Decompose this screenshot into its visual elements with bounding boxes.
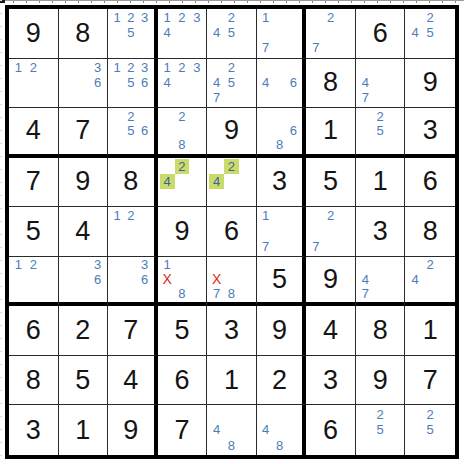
cell-r8c6[interactable]: 2 [257,356,307,406]
solved-digit: 6 [158,356,207,405]
empty-candidate-slot [75,286,90,300]
empty-candidate-slot [41,60,56,75]
cell-r1c9[interactable]: 245 [405,9,455,59]
pencil-marks: 28 [160,109,205,152]
cell-r7c9[interactable]: 1 [405,306,455,356]
cell-r9c2[interactable]: 1 [59,405,109,455]
empty-candidate-slot [407,258,422,272]
pencil-marks: 24 [160,159,205,205]
candidate-3: 3 [90,258,105,272]
solved-digit: 8 [356,306,405,355]
cell-r9c7[interactable]: 6 [306,405,356,455]
empty-candidate-slot [209,258,224,272]
cell-r5c7[interactable]: 27 [306,207,356,257]
empty-candidate-slot [308,10,323,25]
empty-candidate-slot [358,123,373,137]
candidate-2: 2 [175,109,190,123]
solved-digit: 8 [59,9,108,58]
empty-candidate-slot [438,437,453,453]
cell-r1c5[interactable]: 245 [207,9,257,59]
cell-r2c4[interactable]: 1234 [158,59,208,109]
pencil-marks: 47 [358,60,403,106]
empty-candidate-slot [189,90,204,105]
candidate-2: 2 [26,60,41,75]
candidate-4: 4 [407,272,422,286]
empty-candidate-slot [323,25,338,40]
empty-candidate-slot [239,286,254,300]
candidate-6: 6 [286,123,300,137]
cell-r8c9[interactable]: 7 [405,356,455,406]
empty-candidate-slot [124,239,138,254]
empty-candidate-slot [175,123,190,137]
cell-r2c1[interactable]: 12 [9,59,59,109]
cell-r5c2[interactable]: 4 [59,207,109,257]
cell-r3c4[interactable]: 28 [158,108,208,158]
solved-digit: 8 [405,207,455,256]
cell-r6c1[interactable]: 12 [9,257,59,307]
empty-candidate-slot [373,137,388,151]
empty-candidate-slot [286,422,300,438]
highlighted-candidate-4: 4 [209,174,224,189]
cell-r1c7[interactable]: 27 [306,9,356,59]
pencil-marks: 17 [259,10,301,56]
cell-r8c3[interactable]: 4 [108,356,158,406]
empty-candidate-slot [286,90,300,105]
empty-candidate-slot [75,272,90,286]
empty-candidate-slot [124,223,138,238]
empty-candidate-slot [259,109,273,123]
empty-candidate-slot [138,208,152,223]
empty-candidate-slot [273,25,287,40]
candidate-5: 5 [124,25,138,40]
empty-candidate-slot [75,60,90,75]
pencil-marks: 2457 [209,60,254,106]
candidate-2: 2 [373,109,388,123]
empty-candidate-slot [373,437,388,453]
candidate-7: 7 [358,90,373,105]
empty-candidate-slot [338,208,353,223]
cell-r4c7[interactable]: 5 [306,158,356,208]
empty-candidate-slot [175,189,190,204]
empty-candidate-slot [239,60,254,75]
candidate-8: 8 [175,286,190,300]
empty-candidate-slot [358,258,373,272]
empty-candidate-slot [273,123,287,137]
cell-r1c2[interactable]: 8 [59,9,109,59]
solved-digit: 3 [306,356,355,405]
cell-r6c9[interactable]: 24 [405,257,455,307]
eliminated-candidate-x: X [160,272,175,286]
candidate-5: 5 [224,25,239,40]
empty-candidate-slot [438,40,453,55]
empty-candidate-slot [358,109,373,123]
pencil-marks: 1235 [110,10,152,56]
solved-digit: 5 [9,207,58,256]
empty-candidate-slot [61,286,76,300]
solved-digit: 8 [108,158,154,207]
cell-r6c4[interactable]: 1X8 [158,257,208,307]
empty-candidate-slot [286,60,300,75]
empty-candidate-slot [110,40,124,55]
candidate-4: 4 [160,75,175,90]
cell-r9c8[interactable]: 25 [356,405,406,455]
cell-r1c4[interactable]: 1234 [158,9,208,59]
empty-candidate-slot [26,286,41,300]
empty-candidate-slot [138,109,152,123]
empty-candidate-slot [273,109,287,123]
empty-candidate-slot [388,437,403,453]
candidate-2: 2 [423,10,438,25]
cell-r4c4[interactable]: 24 [158,158,208,208]
cell-r7c5[interactable]: 3 [207,306,257,356]
pencil-marks: 256 [110,109,152,152]
pencil-marks: 68 [259,109,301,152]
empty-candidate-slot [259,223,273,238]
empty-candidate-slot [388,75,403,90]
highlighted-candidate-2: 2 [175,159,190,174]
empty-candidate-slot [160,90,175,105]
cell-r7c4[interactable]: 5 [158,306,208,356]
cell-r5c6[interactable]: 17 [257,207,307,257]
empty-candidate-slot [286,223,300,238]
empty-candidate-slot [388,137,403,151]
cell-r3c2[interactable]: 7 [59,108,109,158]
empty-candidate-slot [286,437,300,453]
solved-digit: 7 [108,306,154,355]
cell-r5c1[interactable]: 5 [9,207,59,257]
cell-r9c3[interactable]: 9 [108,405,158,455]
candidate-4: 4 [209,75,224,90]
solved-digit: 8 [9,356,58,405]
cell-r6c5[interactable]: X78 [207,257,257,307]
cell-r4c5[interactable]: 24 [207,158,257,208]
candidate-1: 1 [11,60,26,75]
pencil-marks: 12356 [110,60,152,106]
empty-candidate-slot [110,286,124,300]
candidate-4: 4 [259,75,273,90]
cell-r2c2[interactable]: 36 [59,59,109,109]
empty-candidate-slot [75,258,90,272]
empty-candidate-slot [239,25,254,40]
empty-candidate-slot [160,159,175,174]
candidate-8: 8 [175,137,190,151]
empty-candidate-slot [209,40,224,55]
empty-candidate-slot [160,123,175,137]
empty-candidate-slot [138,25,152,40]
empty-candidate-slot [373,90,388,105]
cell-r3c3[interactable]: 256 [108,108,158,158]
empty-candidate-slot [189,159,204,174]
empty-candidate-slot [61,90,76,105]
cell-r9c5[interactable]: 48 [207,405,257,455]
cell-r9c6[interactable]: 48 [257,405,307,455]
pencil-marks: 36 [110,258,152,301]
solved-digit: 1 [405,306,455,355]
empty-candidate-slot [388,90,403,105]
cell-r3c6[interactable]: 68 [257,108,307,158]
candidate-1: 1 [259,208,273,223]
candidate-5: 5 [373,422,388,438]
candidate-2: 2 [224,10,239,25]
candidate-7: 7 [209,286,224,300]
cell-r7c6[interactable]: 9 [257,306,307,356]
cell-r9c9[interactable]: 25 [405,405,455,455]
empty-candidate-slot [138,40,152,55]
empty-candidate-slot [41,258,56,272]
cell-r5c9[interactable]: 8 [405,207,455,257]
cell-r2c8[interactable]: 47 [356,59,406,109]
empty-candidate-slot [160,137,175,151]
empty-candidate-slot [209,189,224,204]
empty-candidate-slot [189,109,204,123]
empty-candidate-slot [189,137,204,151]
empty-candidate-slot [41,286,56,300]
empty-candidate-slot [90,286,105,300]
empty-candidate-slot [286,239,300,254]
cell-r7c1[interactable]: 6 [9,306,59,356]
empty-candidate-slot [175,272,190,286]
candidate-5: 5 [373,123,388,137]
candidate-3: 3 [138,10,152,25]
cell-r2c5[interactable]: 2457 [207,59,257,109]
candidate-5: 5 [124,123,138,137]
empty-candidate-slot [358,422,373,438]
cell-r8c2[interactable]: 5 [59,356,109,406]
cell-r8c5[interactable]: 1 [207,356,257,406]
candidate-8: 8 [273,137,287,151]
solved-digit: 6 [207,207,256,256]
cell-r6c8[interactable]: 47 [356,257,406,307]
empty-candidate-slot [124,258,138,272]
candidate-3: 3 [138,60,152,75]
cell-r8c8[interactable]: 9 [356,356,406,406]
cell-r3c8[interactable]: 25 [356,108,406,158]
solved-digit: 3 [257,158,303,207]
solved-digit: 9 [59,158,108,207]
empty-candidate-slot [423,40,438,55]
candidate-6: 6 [138,75,152,90]
cell-r8c1[interactable]: 8 [9,356,59,406]
candidate-7: 7 [308,40,323,55]
empty-candidate-slot [189,272,204,286]
cell-r6c7[interactable]: 9 [306,257,356,307]
empty-candidate-slot [41,90,56,105]
solved-digit: 5 [257,257,303,303]
pencil-marks: 27 [308,10,353,56]
cell-r2c3[interactable]: 12356 [108,59,158,109]
cell-r7c8[interactable]: 8 [356,306,406,356]
pencil-marks: 48 [209,406,254,453]
empty-candidate-slot [373,258,388,272]
candidate-8: 8 [224,437,239,453]
empty-candidate-slot [323,239,338,254]
candidate-2: 2 [323,10,338,25]
solved-digit: 5 [306,158,355,207]
empty-candidate-slot [338,25,353,40]
cell-r7c7[interactable]: 4 [306,306,356,356]
candidate-7: 7 [259,40,273,55]
empty-candidate-slot [224,258,239,272]
empty-candidate-slot [138,90,152,105]
cell-r4c8[interactable]: 1 [356,158,406,208]
empty-candidate-slot [273,422,287,438]
empty-candidate-slot [388,272,403,286]
cell-r4c3[interactable]: 8 [108,158,158,208]
solved-digit: 1 [356,158,405,207]
cell-r6c3[interactable]: 36 [108,257,158,307]
empty-candidate-slot [308,25,323,40]
sudoku-board: 9812351234245172762451236123561234245746… [5,5,459,459]
candidate-7: 7 [259,239,273,254]
candidate-4: 4 [259,422,273,438]
empty-candidate-slot [259,123,273,137]
empty-candidate-slot [308,223,323,238]
empty-candidate-slot [286,40,300,55]
candidate-2: 2 [26,258,41,272]
empty-candidate-slot [41,75,56,90]
empty-candidate-slot [423,437,438,453]
cell-r7c3[interactable]: 7 [108,306,158,356]
cell-r3c5[interactable]: 9 [207,108,257,158]
empty-candidate-slot [224,189,239,204]
cell-r5c8[interactable]: 3 [356,207,406,257]
empty-candidate-slot [323,223,338,238]
empty-candidate-slot [273,40,287,55]
solved-digit: 4 [306,306,355,355]
solved-digit: 9 [257,306,303,355]
candidate-3: 3 [189,10,204,25]
candidate-7: 7 [308,239,323,254]
empty-candidate-slot [407,40,422,55]
cell-r2c9[interactable]: 9 [405,59,455,109]
empty-candidate-slot [407,286,422,300]
empty-candidate-slot [358,60,373,75]
pencil-marks: 27 [308,208,353,254]
empty-candidate-slot [160,109,175,123]
cell-r4c9[interactable]: 6 [405,158,455,208]
empty-candidate-slot [61,258,76,272]
cell-r5c3[interactable]: 12 [108,207,158,257]
candidate-6: 6 [286,75,300,90]
empty-candidate-slot [209,159,224,174]
pencil-marks: 12 [11,258,56,301]
empty-candidate-slot [438,286,453,300]
empty-candidate-slot [124,90,138,105]
empty-candidate-slot [90,90,105,105]
candidate-2: 2 [373,406,388,422]
empty-candidate-slot [110,137,124,151]
candidate-3: 3 [138,258,152,272]
cell-r4c1[interactable]: 7 [9,158,59,208]
empty-candidate-slot [110,258,124,272]
empty-candidate-slot [388,60,403,75]
candidate-2: 2 [224,60,239,75]
candidate-2: 2 [124,208,138,223]
empty-candidate-slot [286,406,300,422]
cell-r4c2[interactable]: 9 [59,158,109,208]
empty-candidate-slot [423,272,438,286]
cell-r3c1[interactable]: 4 [9,108,59,158]
cell-r4c6[interactable]: 3 [257,158,307,208]
pencil-marks: 17 [259,208,301,254]
cell-r2c6[interactable]: 46 [257,59,307,109]
empty-candidate-slot [175,40,190,55]
highlighted-candidate-2: 2 [224,159,239,174]
empty-candidate-slot [224,422,239,438]
cell-r3c7[interactable]: 1 [306,108,356,158]
empty-candidate-slot [239,258,254,272]
empty-candidate-slot [61,60,76,75]
solved-digit: 8 [306,59,355,108]
empty-candidate-slot [160,40,175,55]
candidate-3: 3 [189,60,204,75]
solved-digit: 9 [306,257,355,303]
cell-r6c2[interactable]: 36 [59,257,109,307]
solved-digit: 1 [207,356,256,405]
solved-digit: 6 [306,405,355,455]
candidate-1: 1 [110,208,124,223]
cell-r8c4[interactable]: 6 [158,356,208,406]
candidate-1: 1 [110,60,124,75]
eliminated-candidate-x: X [209,272,224,286]
empty-candidate-slot [75,75,90,90]
candidate-4: 4 [358,75,373,90]
cell-r3c9[interactable]: 3 [405,108,455,158]
candidate-1: 1 [160,60,175,75]
empty-candidate-slot [259,90,273,105]
empty-candidate-slot [373,286,388,300]
cell-r1c3[interactable]: 1235 [108,9,158,59]
empty-candidate-slot [26,90,41,105]
cell-r6c6[interactable]: 5 [257,257,307,307]
cell-r9c1[interactable]: 3 [9,405,59,455]
empty-candidate-slot [273,90,287,105]
cell-r9c4[interactable]: 7 [158,405,208,455]
empty-candidate-slot [175,90,190,105]
cell-r7c2[interactable]: 2 [59,306,109,356]
cell-r1c8[interactable]: 6 [356,9,406,59]
candidate-6: 6 [138,272,152,286]
cell-r2c7[interactable]: 8 [306,59,356,109]
candidate-4: 4 [160,25,175,40]
cell-r1c1[interactable]: 9 [9,9,59,59]
cell-r5c5[interactable]: 6 [207,207,257,257]
empty-candidate-slot [259,406,273,422]
cell-r8c7[interactable]: 3 [306,356,356,406]
empty-candidate-slot [189,286,204,300]
empty-candidate-slot [11,272,26,286]
candidate-2: 2 [323,208,338,223]
empty-candidate-slot [259,437,273,453]
empty-candidate-slot [209,437,224,453]
pencil-marks: 24 [209,159,254,205]
empty-candidate-slot [110,123,124,137]
candidate-1: 1 [11,258,26,272]
empty-candidate-slot [124,40,138,55]
solved-digit: 4 [9,108,58,154]
solved-digit: 1 [306,108,355,154]
solved-digit: 4 [59,207,108,256]
empty-candidate-slot [124,137,138,151]
empty-candidate-slot [388,286,403,300]
solved-digit: 7 [405,356,455,405]
empty-candidate-slot [224,272,239,286]
empty-candidate-slot [189,123,204,137]
cell-r5c4[interactable]: 9 [158,207,208,257]
empty-candidate-slot [308,208,323,223]
cell-r1c6[interactable]: 17 [257,9,307,59]
solved-digit: 7 [59,108,108,154]
